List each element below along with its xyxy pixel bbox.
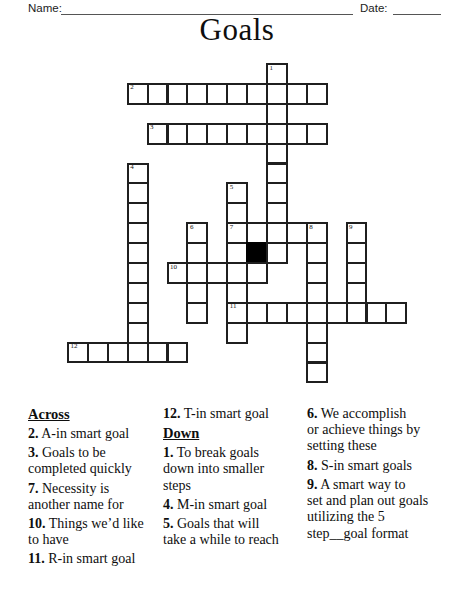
cell-r14c1[interactable]: [87, 342, 109, 364]
cell-r6c10[interactable]: [266, 182, 288, 204]
clue-text: To break goals down into smaller steps: [163, 445, 264, 492]
cell-r0c10[interactable]: 1: [266, 63, 288, 85]
cell-r11c14[interactable]: [346, 282, 368, 304]
cell-r1c10[interactable]: [266, 83, 288, 105]
clue-column-1: Across2. A-in smart goal3. Goals to be c…: [28, 406, 162, 571]
down-heading: Down: [163, 425, 305, 442]
cell-r9c12[interactable]: [306, 242, 328, 264]
clue-11: 11. R-in smart goal: [28, 551, 162, 567]
cell-r12c8[interactable]: 11: [226, 302, 248, 324]
cell-r9c6[interactable]: [186, 242, 208, 264]
clue-number: 11.: [28, 551, 45, 566]
clue-column-2: 12. T-in smart goalDown1. To break goals…: [163, 406, 305, 551]
cell-r3c4[interactable]: 3: [147, 123, 169, 145]
cell-r4c10[interactable]: [266, 143, 288, 165]
clue-text: We accomplish or achieve things by setti…: [307, 406, 420, 453]
cell-r1c12[interactable]: [306, 83, 328, 105]
cell-r10c9[interactable]: [246, 262, 268, 284]
clue-number: 1.: [163, 445, 174, 460]
cell-r9c3[interactable]: [127, 242, 149, 264]
clue-number: 2.: [28, 426, 39, 441]
cell-r8c6[interactable]: 6: [186, 222, 208, 244]
clue-7: 7. Necessity is another name for: [28, 481, 162, 513]
cell-r7c10[interactable]: [266, 202, 288, 224]
cell-number-2: 2: [130, 84, 134, 92]
cell-r10c8[interactable]: [226, 262, 248, 284]
clue-9: 9. A smart way to set and plan out goals…: [307, 477, 462, 542]
clue-number: 3.: [28, 445, 39, 460]
clue-4: 4. M-in smart goal: [163, 497, 305, 513]
clue-column-3: 6. We accomplish or achieve things by se…: [307, 406, 462, 545]
cell-number-1: 1: [270, 65, 274, 73]
clue-number: 7.: [28, 481, 39, 496]
cell-r3c11[interactable]: [286, 123, 308, 145]
cell-r8c11[interactable]: [286, 222, 308, 244]
clue-2: 2. A-in smart goal: [28, 426, 162, 442]
cell-r1c7[interactable]: [206, 83, 228, 105]
cell-r14c5[interactable]: [167, 342, 189, 364]
cell-number-4: 4: [130, 164, 134, 172]
cell-r12c11[interactable]: [286, 302, 308, 324]
clue-text: Necessity is another name for: [28, 481, 124, 512]
clue-number: 9.: [307, 477, 318, 492]
cell-r12c13[interactable]: [326, 302, 348, 324]
clue-text: Goals to be completed quickly: [28, 445, 132, 476]
clue-text: Things we’d like to have: [28, 516, 144, 547]
clue-text: T-in smart goal: [184, 406, 269, 421]
cell-r3c8[interactable]: [226, 123, 248, 145]
cell-r1c4[interactable]: [147, 83, 169, 105]
cell-r11c3[interactable]: [127, 282, 149, 304]
cell-r3c12[interactable]: [306, 123, 328, 145]
cell-r8c14[interactable]: 9: [346, 222, 368, 244]
cell-r10c6[interactable]: [186, 262, 208, 284]
cell-r13c12[interactable]: [306, 322, 328, 344]
cell-r10c5[interactable]: 10: [167, 262, 189, 284]
cell-r3c5[interactable]: [167, 123, 189, 145]
cell-r8c12[interactable]: 8: [306, 222, 328, 244]
cell-number-9: 9: [349, 224, 353, 232]
cell-number-3: 3: [150, 124, 154, 132]
clue-number: 4.: [163, 497, 174, 512]
clue-text: S-in smart goals: [321, 458, 412, 473]
cell-r6c3[interactable]: [127, 182, 149, 204]
clue-text: M-in smart goal: [177, 497, 267, 512]
cell-r12c10[interactable]: [266, 302, 288, 324]
clue-text: R-in smart goal: [48, 551, 135, 566]
clue-8: 8. S-in smart goals: [307, 458, 462, 474]
cell-r9c8[interactable]: [226, 242, 248, 264]
across-heading: Across: [28, 406, 162, 423]
clue-text: A-in smart goal: [41, 426, 129, 441]
cell-r8c10[interactable]: [266, 222, 288, 244]
cell-r12c15[interactable]: [366, 302, 388, 324]
cell-r2c10[interactable]: [266, 103, 288, 125]
cell-r8c8[interactable]: 7: [226, 222, 248, 244]
clue-10: 10. Things we’d like to have: [28, 516, 162, 548]
cell-r14c12[interactable]: [306, 342, 328, 364]
clue-6: 6. We accomplish or achieve things by se…: [307, 406, 462, 455]
cell-r12c9[interactable]: [246, 302, 268, 324]
cell-r10c7[interactable]: [206, 262, 228, 284]
cell-r7c3[interactable]: [127, 202, 149, 224]
cell-number-12: 12: [71, 343, 78, 351]
cell-r13c8[interactable]: [226, 322, 248, 344]
cell-r14c4[interactable]: [147, 342, 169, 364]
cell-r1c9[interactable]: [246, 83, 268, 105]
cell-r5c3[interactable]: 4: [127, 163, 149, 185]
cell-r12c6[interactable]: [186, 302, 208, 324]
cell-r10c12[interactable]: [306, 262, 328, 284]
cell-r1c8[interactable]: [226, 83, 248, 105]
clue-number: 6.: [307, 406, 318, 421]
cell-r14c3[interactable]: [127, 342, 149, 364]
clue-text: A smart way to set and plan out goals ut…: [307, 477, 428, 541]
cell-r8c3[interactable]: [127, 222, 149, 244]
cell-r11c8[interactable]: [226, 282, 248, 304]
clue-text: Goals that will take a while to reach: [163, 516, 279, 547]
clue-number: 5.: [163, 516, 174, 531]
cell-number-8: 8: [309, 224, 313, 232]
cell-r13c3[interactable]: [127, 322, 149, 344]
cell-r14c0[interactable]: 12: [67, 342, 89, 364]
cell-r7c8[interactable]: [226, 202, 248, 224]
clue-number: 12.: [163, 406, 181, 421]
cell-number-11: 11: [230, 303, 237, 311]
worksheet-page: Name: Date: Goals 123456789101112 Across…: [0, 0, 474, 613]
clue-12: 12. T-in smart goal: [163, 406, 305, 422]
cell-r12c3[interactable]: [127, 302, 149, 324]
cell-r5c10[interactable]: [266, 163, 288, 185]
cell-number-6: 6: [190, 224, 194, 232]
cell-r3c6[interactable]: [186, 123, 208, 145]
cell-r10c3[interactable]: [127, 262, 149, 284]
cell-r12c16[interactable]: [385, 302, 407, 324]
cell-r1c11[interactable]: [286, 83, 308, 105]
cell-r3c9[interactable]: [246, 123, 268, 145]
clue-5: 5. Goals that will take a while to reach: [163, 516, 305, 548]
cell-r1c3[interactable]: 2: [127, 83, 149, 105]
cell-r10c14[interactable]: [346, 262, 368, 284]
cell-r12c12[interactable]: [306, 302, 328, 324]
cell-r12c14[interactable]: [346, 302, 368, 324]
cell-r3c7[interactable]: [206, 123, 228, 145]
cell-r1c5[interactable]: [167, 83, 189, 105]
cell-r15c12[interactable]: [306, 362, 328, 384]
cell-r14c2[interactable]: [107, 342, 129, 364]
cell-number-10: 10: [170, 264, 177, 272]
cell-r9c14[interactable]: [346, 242, 368, 264]
cell-r3c10[interactable]: [266, 123, 288, 145]
cell-r11c12[interactable]: [306, 282, 328, 304]
black-cell: [246, 242, 268, 264]
cell-number-5: 5: [230, 184, 234, 192]
clue-3: 3. Goals to be completed quickly: [28, 445, 162, 477]
clue-number: 10.: [28, 516, 46, 531]
cell-r1c6[interactable]: [186, 83, 208, 105]
puzzle-title: Goals: [0, 12, 474, 48]
clue-1: 1. To break goals down into smaller step…: [163, 445, 305, 494]
clue-number: 8.: [307, 458, 318, 473]
cell-r11c6[interactable]: [186, 282, 208, 304]
cell-r9c10[interactable]: [266, 242, 288, 264]
cell-r6c8[interactable]: 5: [226, 182, 248, 204]
cell-number-7: 7: [230, 224, 234, 232]
cell-r8c9[interactable]: [246, 222, 268, 244]
